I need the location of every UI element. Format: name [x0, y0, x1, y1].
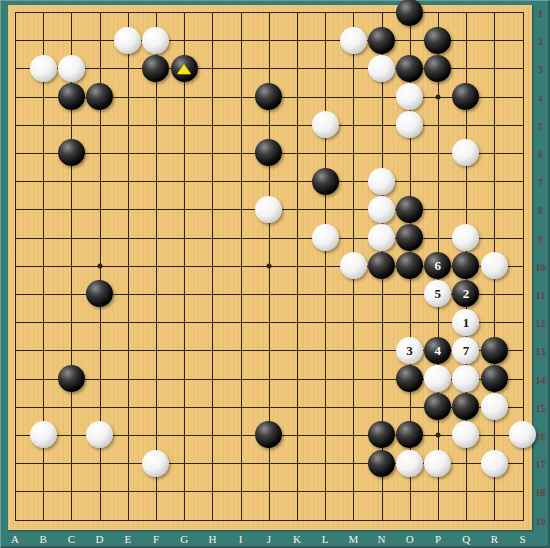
stone-white [424, 365, 451, 392]
move-number-label: 6 [435, 259, 442, 272]
column-label-S: S [520, 533, 526, 545]
row-label-11: 11 [531, 290, 550, 301]
stone-white [114, 27, 141, 54]
go-screen: 6521347 ABCDEFGHIJKLMNOPQRS 123456789101… [0, 0, 550, 548]
row-label-1: 1 [531, 8, 550, 19]
stone-white [452, 421, 479, 448]
stone-black [368, 252, 395, 279]
move-number-label: 2 [463, 287, 470, 300]
stone-white [340, 27, 367, 54]
stone-black [452, 252, 479, 279]
column-label-B: B [40, 533, 47, 545]
stone-white-move-7: 7 [452, 337, 479, 364]
stone-white [424, 450, 451, 477]
row-label-14: 14 [531, 374, 550, 385]
stone-black [396, 252, 423, 279]
stones-layer: 6521347 [1, 0, 537, 533]
stone-black [481, 365, 508, 392]
stone-black-move-6: 6 [424, 252, 451, 279]
stone-white [368, 196, 395, 223]
column-label-R: R [491, 533, 498, 545]
stone-black [368, 27, 395, 54]
row-label-18: 18 [531, 487, 550, 498]
stone-white [368, 168, 395, 195]
stone-black [424, 27, 451, 54]
stone-white-move-5: 5 [424, 280, 451, 307]
row-label-12: 12 [531, 318, 550, 329]
row-label-16: 16 [531, 431, 550, 442]
stone-white [86, 421, 113, 448]
stone-black [424, 55, 451, 82]
stone-black [86, 280, 113, 307]
stone-black [255, 139, 282, 166]
stone-black-move-4: 4 [424, 337, 451, 364]
column-label-K: K [293, 533, 301, 545]
column-label-M: M [349, 533, 359, 545]
column-label-Q: Q [462, 533, 470, 545]
column-label-H: H [208, 533, 216, 545]
stone-white [142, 27, 169, 54]
move-number-label: 5 [435, 287, 442, 300]
row-label-10: 10 [531, 261, 550, 272]
stone-black [255, 83, 282, 110]
stone-black-marked [171, 55, 198, 82]
stone-black [368, 450, 395, 477]
stone-white [481, 450, 508, 477]
row-label-7: 7 [531, 177, 550, 188]
stone-black [142, 55, 169, 82]
stone-white [396, 450, 423, 477]
column-label-J: J [267, 533, 271, 545]
move-number-label: 7 [463, 344, 470, 357]
stone-white [312, 111, 339, 138]
stone-black [396, 196, 423, 223]
stone-white-move-3: 3 [396, 337, 423, 364]
row-label-4: 4 [531, 92, 550, 103]
stone-black [396, 421, 423, 448]
stone-black [396, 0, 423, 26]
stone-white [30, 55, 57, 82]
stone-black [312, 168, 339, 195]
stone-white [340, 252, 367, 279]
stone-white [452, 365, 479, 392]
column-label-N: N [378, 533, 386, 545]
column-label-D: D [96, 533, 104, 545]
stone-black [255, 421, 282, 448]
stone-black [396, 365, 423, 392]
stone-white [368, 55, 395, 82]
stone-white [58, 55, 85, 82]
stone-black [58, 139, 85, 166]
column-label-C: C [68, 533, 75, 545]
column-label-G: G [180, 533, 188, 545]
column-label-I: I [239, 533, 243, 545]
row-label-2: 2 [531, 36, 550, 47]
column-label-F: F [153, 533, 159, 545]
move-number-label: 3 [406, 344, 413, 357]
stone-black [86, 83, 113, 110]
row-label-19: 19 [531, 515, 550, 526]
row-label-13: 13 [531, 346, 550, 357]
column-label-E: E [124, 533, 131, 545]
column-label-L: L [322, 533, 329, 545]
row-label-9: 9 [531, 233, 550, 244]
stone-black [58, 365, 85, 392]
stone-white-move-1: 1 [452, 309, 479, 336]
stone-white [142, 450, 169, 477]
stone-black [452, 393, 479, 420]
stone-white [452, 139, 479, 166]
stone-black [58, 83, 85, 110]
stone-white [368, 224, 395, 251]
stone-black [396, 224, 423, 251]
row-label-15: 15 [531, 402, 550, 413]
move-number-label: 1 [463, 316, 470, 329]
row-label-5: 5 [531, 120, 550, 131]
row-label-6: 6 [531, 149, 550, 160]
row-label-8: 8 [531, 205, 550, 216]
row-label-17: 17 [531, 459, 550, 470]
stone-black [368, 421, 395, 448]
stone-white [312, 224, 339, 251]
stone-white [452, 224, 479, 251]
column-label-A: A [11, 533, 19, 545]
stone-white [481, 252, 508, 279]
stone-white [255, 196, 282, 223]
column-label-P: P [435, 533, 441, 545]
stone-white [396, 111, 423, 138]
stone-white [30, 421, 57, 448]
triangle-mark-icon [177, 64, 191, 74]
column-label-O: O [406, 533, 414, 545]
move-number-label: 4 [435, 344, 442, 357]
stone-black [396, 55, 423, 82]
stone-black [481, 337, 508, 364]
stone-black [452, 83, 479, 110]
stone-black [424, 393, 451, 420]
row-label-3: 3 [531, 64, 550, 75]
stone-white [481, 393, 508, 420]
stone-black-move-2: 2 [452, 280, 479, 307]
stone-white [396, 83, 423, 110]
